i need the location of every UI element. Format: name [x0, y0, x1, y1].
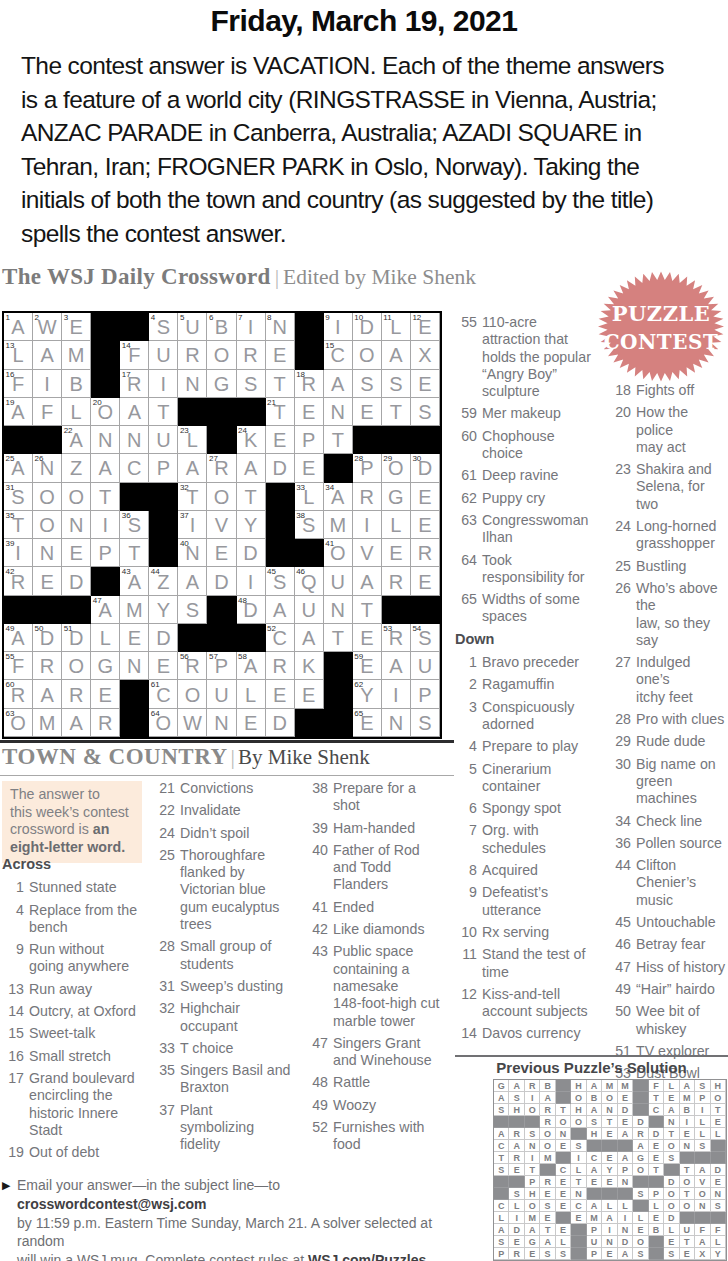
- clue: 5Cinerarium container: [455, 761, 606, 796]
- clue: 52Furnishes with food: [306, 1119, 456, 1154]
- cell-letter: D: [237, 541, 265, 566]
- solution-cell: Y: [602, 1164, 617, 1176]
- solution-cell: N: [711, 1188, 726, 1200]
- grid-cell: A: [178, 567, 207, 595]
- clue: 41Ended: [306, 899, 456, 916]
- solution-block: [540, 1164, 555, 1176]
- solution-cell: A: [540, 1092, 555, 1104]
- grid-cell: 64O: [149, 709, 178, 737]
- solution-cell: L: [649, 1200, 664, 1212]
- solution-cell: F: [649, 1080, 664, 1092]
- clue-number: 51: [609, 1043, 631, 1060]
- grid-cell: E: [266, 426, 295, 454]
- clue-text: Deep ravine: [482, 467, 606, 484]
- solution-cell: C: [587, 1152, 602, 1164]
- clue-text: Stunned state: [29, 879, 149, 896]
- grid-cell: R: [353, 483, 382, 511]
- grid-cell: E: [295, 454, 324, 482]
- grid-cell: B: [62, 370, 91, 398]
- solution-cell: S: [695, 1080, 710, 1092]
- cell-letter: E: [382, 541, 410, 566]
- clue-number: 64: [455, 552, 477, 587]
- black-square: [207, 624, 236, 652]
- clue-number: 59: [455, 405, 477, 422]
- grid-cell: S: [382, 370, 411, 398]
- cell-letter: R: [382, 569, 410, 594]
- solution-cell: T: [649, 1092, 664, 1104]
- cell-letter: G: [91, 654, 119, 679]
- cell-letter: R: [91, 711, 119, 736]
- grid-cell: 62Y: [353, 680, 382, 708]
- clue-number: 55: [455, 314, 477, 400]
- grid-cell: D: [207, 567, 236, 595]
- grid-cell: 35T: [4, 511, 33, 539]
- grid-cell: N: [207, 709, 236, 737]
- solution-cell: I: [602, 1224, 617, 1236]
- solution-block: [587, 1140, 602, 1152]
- solution-cell: N: [556, 1128, 571, 1140]
- cell-letter: C: [120, 456, 148, 481]
- cell-letter: S: [411, 626, 439, 651]
- cell-letter: N: [33, 456, 61, 481]
- clue: 24Didn’t spoil: [153, 825, 301, 842]
- cell-letter: A: [178, 569, 206, 594]
- clue: 42Like diamonds: [306, 921, 456, 938]
- clue-number: 25: [153, 847, 175, 933]
- grid-cell: U: [207, 680, 236, 708]
- solution-cell: A: [494, 1224, 509, 1236]
- grid-cell: 65E: [353, 709, 382, 737]
- cell-letter: A: [382, 343, 410, 368]
- grid-cell: 5U: [178, 313, 207, 341]
- solution-cell: A: [509, 1080, 524, 1092]
- grid-cell: U: [324, 567, 353, 595]
- grid-cell: R: [62, 680, 91, 708]
- cell-letter: D: [237, 598, 265, 623]
- clue: 14Davos currency: [455, 1025, 606, 1042]
- clue: 1Stunned state: [2, 879, 149, 896]
- grid-cell: 17R: [120, 370, 149, 398]
- clue-text: Betray fear: [636, 936, 728, 953]
- grid-cell: E: [295, 680, 324, 708]
- grid-cell: 59E: [353, 652, 382, 680]
- clue-text: 110-acre attraction that holds the popul…: [482, 314, 606, 400]
- grid-cell: 19A: [4, 398, 33, 426]
- clue-number: 32: [153, 1000, 175, 1035]
- solution-cell: L: [664, 1224, 679, 1236]
- cell-letter: E: [266, 428, 294, 453]
- black-square: [324, 680, 353, 708]
- cell-letter: T: [353, 598, 381, 623]
- clue-number: 25: [609, 558, 631, 575]
- solution-cell: T: [540, 1224, 555, 1236]
- cell-letter: A: [91, 598, 119, 623]
- clue-number: 33: [153, 1040, 175, 1057]
- clue-column-3: 38Prepare for a shot39Ham-handed40Father…: [306, 780, 456, 1159]
- cell-letter: U: [324, 569, 352, 594]
- solution-cell: M: [618, 1080, 633, 1092]
- grid-cell: 15C: [324, 341, 353, 369]
- grid-cell: F: [33, 398, 62, 426]
- cell-letter: I: [237, 569, 265, 594]
- solution-cell: I: [571, 1152, 586, 1164]
- clue: 33T choice: [153, 1040, 301, 1057]
- cell-letter: Y: [353, 682, 381, 707]
- grid-cell: 32T: [178, 483, 207, 511]
- solution-cell: O: [695, 1188, 710, 1200]
- cell-letter: T: [266, 400, 294, 425]
- clue-number: 42: [306, 921, 328, 938]
- solution-cell: O: [664, 1188, 679, 1200]
- grid-cell: 60R: [4, 680, 33, 708]
- cell-letter: E: [33, 569, 61, 594]
- grid-cell: 26N: [33, 454, 62, 482]
- grid-cell: Y: [149, 596, 178, 624]
- grid-cell: R: [382, 567, 411, 595]
- solution-cell: L: [602, 1200, 617, 1212]
- grid-cell: 40N: [178, 539, 207, 567]
- cell-letter: A: [62, 711, 90, 736]
- clue: 55110-acre attraction that holds the pop…: [455, 314, 606, 400]
- grid-cell: 16F: [4, 370, 33, 398]
- grid-cell: A: [237, 454, 266, 482]
- solution-cell: O: [571, 1116, 586, 1128]
- clue-number: 6: [455, 800, 477, 817]
- cell-letter: S: [353, 372, 381, 397]
- grid-cell: 10D: [353, 313, 382, 341]
- solution-cell: O: [664, 1200, 679, 1212]
- grid-cell: 44Z: [149, 567, 178, 595]
- cell-letter: T: [237, 485, 265, 510]
- cell-letter: E: [295, 400, 323, 425]
- cell-letter: R: [120, 372, 148, 397]
- clue-text: Prepare for a shot: [333, 780, 456, 815]
- cell-letter: R: [178, 654, 206, 679]
- solution-cell: R: [540, 1176, 555, 1188]
- grid-cell: 33L: [295, 483, 324, 511]
- solution-cell: T: [494, 1152, 509, 1164]
- grid-cell: I: [33, 370, 62, 398]
- clue-number: 50: [609, 1003, 631, 1038]
- solution-cell: E: [680, 1128, 695, 1140]
- clue-text: Kiss-and-tell account subjects: [482, 986, 606, 1021]
- cell-letter: T: [178, 485, 206, 510]
- clue: 2Ragamuffin: [455, 676, 606, 693]
- clue-text: Small stretch: [29, 1048, 149, 1065]
- grid-cell: L: [237, 680, 266, 708]
- cell-letter: N: [324, 400, 352, 425]
- solution-cell: S: [509, 1092, 524, 1104]
- clue: 19Out of debt: [2, 1144, 149, 1161]
- grid-cell: D: [266, 709, 295, 737]
- clue-number: 49: [306, 1097, 328, 1114]
- clue-text: Sweep’s dusting: [180, 978, 301, 995]
- grid-cell: T: [237, 483, 266, 511]
- clue: 14Outcry, at Oxford: [2, 1003, 149, 1020]
- grid-cell: 30D: [411, 454, 440, 482]
- solution-cell: O: [664, 1140, 679, 1152]
- clue-number: 5: [455, 761, 477, 796]
- grid-cell: N: [324, 596, 353, 624]
- grid-cell: N: [120, 426, 149, 454]
- solution-cell: C: [494, 1140, 509, 1152]
- solution-cell: M: [680, 1092, 695, 1104]
- clue: 40Father of Rod and Todd Flanders: [306, 842, 456, 894]
- clue: 32Highchair occupant: [153, 1000, 301, 1035]
- grid-cell: A: [295, 624, 324, 652]
- cell-letter: A: [237, 654, 265, 679]
- solution-block: [571, 1236, 586, 1248]
- solution-cell: V: [695, 1176, 710, 1188]
- grid-cell: 27R: [207, 454, 236, 482]
- solution-cell: E: [525, 1248, 540, 1260]
- clue-number: 7: [455, 822, 477, 857]
- solution-cell: T: [680, 1236, 695, 1248]
- solution-cell: E: [509, 1236, 524, 1248]
- cell-letter: R: [237, 343, 265, 368]
- grid-cell: 42R: [4, 567, 33, 595]
- clue-text: Took responsibility for: [482, 552, 606, 587]
- cell-letter: D: [62, 569, 90, 594]
- grid-cell: A: [120, 398, 149, 426]
- solution-cell: R: [509, 1152, 524, 1164]
- grid-cell: T: [266, 370, 295, 398]
- cell-letter: I: [382, 682, 410, 707]
- clue-number: 12: [455, 986, 477, 1021]
- grid-cell: 34A: [324, 483, 353, 511]
- solution-cell: L: [509, 1200, 524, 1212]
- clue-text: Fights off: [636, 382, 728, 399]
- clue-text: Convictions: [180, 780, 301, 797]
- grid-cell: N: [120, 652, 149, 680]
- solution-block: [649, 1176, 664, 1188]
- cell-letter: N: [62, 513, 90, 538]
- grid-cell: L: [62, 398, 91, 426]
- solution-cell: A: [680, 1080, 695, 1092]
- grid-cell: O: [62, 652, 91, 680]
- solution-cell: I: [509, 1212, 524, 1224]
- clue: 21Convictions: [153, 780, 301, 797]
- grid-cell: 49A: [4, 624, 33, 652]
- solution-cell: L: [556, 1236, 571, 1248]
- solution-cell: A: [587, 1080, 602, 1092]
- solution-cell: E: [618, 1116, 633, 1128]
- clue-text: Widths of some spaces: [482, 591, 606, 626]
- badge-line1: PUZZLE: [612, 301, 711, 326]
- solution-cell: E: [602, 1128, 617, 1140]
- clue-number: 29: [609, 733, 631, 750]
- puzzle-title-separator: |: [228, 744, 238, 769]
- cell-letter: I: [237, 315, 265, 340]
- clue: 25Bustling: [609, 558, 728, 575]
- solution-block: [649, 1236, 664, 1248]
- clue-number: 23: [609, 461, 631, 513]
- cell-letter: I: [324, 315, 352, 340]
- grid-cell: 63O: [4, 709, 33, 737]
- cell-letter: O: [62, 654, 90, 679]
- clue-number: 4: [2, 902, 24, 937]
- grid-cell: 46Q: [295, 567, 324, 595]
- clue-text: Org. with schedules: [482, 822, 606, 857]
- clue: 13Run away: [2, 981, 149, 998]
- cell-letter: B: [62, 372, 90, 397]
- clue-number: 36: [609, 835, 631, 852]
- solution-block: [525, 1116, 540, 1128]
- clue-text: Father of Rod and Todd Flanders: [333, 842, 456, 894]
- solution-cell: D: [618, 1236, 633, 1248]
- solution-cell: N: [618, 1224, 633, 1236]
- previous-solution-grid: GARBHAMMFLASHASIAOBOETEMPOSHORTHANDCABIT…: [493, 1079, 727, 1261]
- solution-cell: S: [494, 1164, 509, 1176]
- clue-list-header: Down: [455, 631, 606, 648]
- cell-letter: R: [4, 569, 32, 594]
- clue: 39Ham-handed: [306, 820, 456, 837]
- clue-number: 9: [2, 941, 24, 976]
- grid-cell: T: [149, 398, 178, 426]
- cell-letter: T: [4, 513, 32, 538]
- cell-letter: Z: [62, 456, 90, 481]
- grid-cell: M: [62, 341, 91, 369]
- clue-column-2: 21Convictions22Invalidate24Didn’t spoil2…: [153, 780, 301, 1159]
- grid-cell: V: [353, 539, 382, 567]
- solution-cell: S: [664, 1152, 679, 1164]
- clue: 45Untouchable: [609, 914, 728, 931]
- cell-letter: U: [149, 428, 177, 453]
- clue-text: “Hair” hairdo: [636, 981, 728, 998]
- grid-cell: T: [324, 426, 353, 454]
- solution-cell: S: [556, 1248, 571, 1260]
- clue-text: Stand the test of time: [482, 946, 606, 981]
- black-square: [266, 539, 295, 567]
- solution-cell: G: [633, 1152, 648, 1164]
- solution-cell: A: [509, 1140, 524, 1152]
- cell-letter: E: [237, 711, 265, 736]
- black-square: [33, 426, 62, 454]
- grid-cell: T: [324, 624, 353, 652]
- bold-text: WSJ.com/Puzzles: [308, 1252, 426, 1261]
- cell-letter: Z: [149, 569, 177, 594]
- grid-cell: O: [178, 680, 207, 708]
- clue-number: 24: [609, 518, 631, 553]
- solution-block: [509, 1176, 524, 1188]
- solution-cell: O: [540, 1128, 555, 1140]
- solution-cell: R: [509, 1128, 524, 1140]
- solution-cell: N: [680, 1140, 695, 1152]
- solution-cell: H: [525, 1188, 540, 1200]
- clue-text: Prepare to play: [482, 738, 606, 755]
- puzzle-title-bar: TOWN & COUNTRY|By Mike Shenk: [2, 744, 370, 770]
- grid-cell: 11L: [382, 313, 411, 341]
- solution-cell: D: [618, 1104, 633, 1116]
- clue-text: Small group of students: [180, 938, 301, 973]
- clue: 36Pollen source: [609, 835, 728, 852]
- clue: 34Check line: [609, 813, 728, 830]
- solution-cell: E: [649, 1140, 664, 1152]
- grid-cell: 9I: [324, 313, 353, 341]
- solution-cell: F: [711, 1224, 726, 1236]
- grid-cell: R: [178, 341, 207, 369]
- cell-letter: U: [295, 598, 323, 623]
- clue: 26Who’s above the law, so they say: [609, 580, 728, 649]
- clue: 29Rude dude: [609, 733, 728, 750]
- clue-text: Grand boulevard encircling the historic …: [29, 1070, 149, 1139]
- cell-letter: R: [353, 485, 381, 510]
- grid-cell: 29O: [382, 454, 411, 482]
- grid-cell: Y: [237, 511, 266, 539]
- grid-cell: 1A: [4, 313, 33, 341]
- cell-letter: M: [62, 343, 90, 368]
- solution-cell: E: [540, 1188, 555, 1200]
- grid-cell: O: [33, 483, 62, 511]
- grid-cell: 61C: [149, 680, 178, 708]
- clue: 44Clifton Chenier’s music: [609, 857, 728, 909]
- previous-solution-title: Previous Puzzle’s Solution: [455, 1059, 728, 1076]
- grid-cell: O: [33, 511, 62, 539]
- black-square: [178, 398, 207, 426]
- black-square: [295, 341, 324, 369]
- grid-cell: A: [178, 454, 207, 482]
- masthead-byline: Edited by Mike Shenk: [283, 265, 476, 289]
- black-square: [149, 483, 178, 511]
- cell-letter: A: [4, 315, 32, 340]
- cell-letter: F: [120, 343, 148, 368]
- grid-cell: 45S: [266, 567, 295, 595]
- solution-cell: A: [494, 1128, 509, 1140]
- clue-text: Shakira and Selena, for two: [636, 461, 728, 513]
- cell-letter: Q: [295, 569, 323, 594]
- grid-cell: 28P: [353, 454, 382, 482]
- grid-cell: 8N: [266, 313, 295, 341]
- cell-letter: X: [411, 343, 439, 368]
- grid-cell: E: [207, 539, 236, 567]
- clue-number: 47: [306, 1035, 328, 1070]
- solution-cell: E: [602, 1152, 617, 1164]
- grid-cell: N: [178, 370, 207, 398]
- solution-cell: H: [571, 1080, 586, 1092]
- black-square: [62, 596, 91, 624]
- black-square: [178, 624, 207, 652]
- solution-block: [618, 1140, 633, 1152]
- solution-cell: S: [494, 1104, 509, 1116]
- clue-number: 31: [153, 978, 175, 995]
- cell-letter: S: [411, 400, 439, 425]
- grid-cell: X: [411, 341, 440, 369]
- clue-text: Outcry, at Oxford: [29, 1003, 149, 1020]
- contest-note-box: The answer to this week’s contest crossw…: [2, 781, 142, 863]
- solution-cell: O: [556, 1116, 571, 1128]
- solution-cell: E: [556, 1188, 571, 1200]
- grid-cell: 36S: [120, 511, 149, 539]
- cell-letter: S: [4, 485, 32, 510]
- grid-cell: 25A: [4, 454, 33, 482]
- clue-text: Run away: [29, 981, 149, 998]
- clue-number: 1: [455, 654, 477, 671]
- black-square: [411, 596, 440, 624]
- black-square: [149, 539, 178, 567]
- grid-cell: G: [91, 652, 120, 680]
- cell-letter: P: [207, 654, 235, 679]
- cell-letter: E: [266, 682, 294, 707]
- solution-cell: Y: [711, 1248, 726, 1260]
- cell-letter: D: [149, 626, 177, 651]
- solution-block: [587, 1188, 602, 1200]
- clue: 65Widths of some spaces: [455, 591, 606, 626]
- cell-letter: R: [295, 372, 323, 397]
- cell-letter: R: [178, 343, 206, 368]
- solution-cell: O: [525, 1200, 540, 1212]
- clue: 20How the police may act: [609, 404, 728, 456]
- solution-cell: N: [664, 1116, 679, 1128]
